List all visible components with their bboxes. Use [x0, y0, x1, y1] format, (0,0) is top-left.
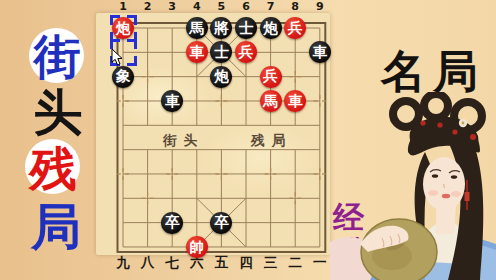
file-number: 6	[234, 0, 259, 13]
banner-char-tou: 头	[32, 80, 84, 146]
piece-black-soldier[interactable]: 卒	[210, 212, 232, 234]
piece-red-horse[interactable]: 馬	[260, 90, 282, 112]
banner-char-can: 残	[26, 138, 80, 201]
banner-char-ju: 局	[29, 194, 83, 261]
file-number: 4	[184, 0, 209, 13]
file-number: 1	[111, 0, 136, 13]
woman-illustration	[330, 92, 496, 280]
file-number: 七	[160, 254, 185, 272]
piece-red-soldier[interactable]: 兵	[260, 66, 282, 88]
file-number: 三	[258, 254, 283, 272]
file-number: 5	[209, 0, 234, 13]
piece-red-cannon[interactable]: 炮	[112, 17, 134, 39]
piece-black-cannon[interactable]: 炮	[260, 17, 282, 39]
file-numbers-top: 123456789	[111, 0, 332, 13]
piece-black-soldier[interactable]: 卒	[161, 212, 183, 234]
thumbnail-screen: 街头 残局 123456789 九八七六五四三二一 炮馬將士炮兵車士兵車象炮兵車…	[0, 0, 496, 280]
file-number: 四	[234, 254, 259, 272]
file-number: 九	[111, 254, 136, 272]
file-number: 3	[160, 0, 185, 13]
piece-black-elephant[interactable]: 象	[112, 66, 134, 88]
piece-red-general[interactable]: 帥	[186, 236, 208, 258]
file-number: 8	[283, 0, 308, 13]
river-text-left: 街头	[163, 132, 204, 150]
file-number: 五	[209, 254, 234, 272]
file-number: 二	[283, 254, 308, 272]
piece-black-chariot[interactable]: 車	[309, 41, 331, 63]
piece-red-chariot[interactable]: 車	[284, 90, 306, 112]
file-number: 2	[135, 0, 160, 13]
piece-black-cannon[interactable]: 炮	[210, 66, 232, 88]
piece-red-chariot[interactable]: 車	[186, 41, 208, 63]
file-number: 7	[258, 0, 283, 13]
file-number: 八	[135, 254, 160, 272]
river-text-right: 残局	[251, 132, 292, 150]
piece-black-chariot[interactable]: 車	[161, 90, 183, 112]
piece-black-advisor[interactable]: 士	[235, 17, 257, 39]
piece-black-horse[interactable]: 馬	[186, 17, 208, 39]
file-numbers-bottom: 九八七六五四三二一	[111, 254, 332, 272]
file-number: 9	[307, 0, 332, 13]
file-number: 一	[307, 254, 332, 272]
